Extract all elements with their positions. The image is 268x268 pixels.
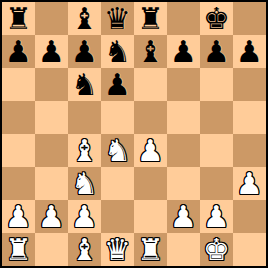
white-bishop-c4[interactable]: ♝ — [71, 134, 98, 167]
white-pawn-g2[interactable]: ♟ — [203, 200, 230, 233]
square-b1[interactable] — [35, 233, 68, 266]
square-c3[interactable]: ♞ — [68, 167, 101, 200]
black-rook-e8[interactable]: ♜ — [137, 2, 164, 35]
square-e7[interactable]: ♝ — [134, 35, 167, 68]
square-g4[interactable] — [200, 134, 233, 167]
white-pawn-f2[interactable]: ♟ — [170, 200, 197, 233]
square-d8[interactable]: ♛ — [101, 2, 134, 35]
square-c7[interactable]: ♟ — [68, 35, 101, 68]
white-queen-d1[interactable]: ♛ — [104, 233, 131, 266]
white-pawn-b2[interactable]: ♟ — [38, 200, 65, 233]
square-b5[interactable] — [35, 101, 68, 134]
square-e4[interactable]: ♟ — [134, 134, 167, 167]
white-knight-d4[interactable]: ♞ — [104, 134, 131, 167]
black-pawn-b7[interactable]: ♟ — [38, 35, 65, 68]
square-g7[interactable]: ♟ — [200, 35, 233, 68]
square-e2[interactable] — [134, 200, 167, 233]
square-h8[interactable] — [233, 2, 266, 35]
square-e1[interactable]: ♜ — [134, 233, 167, 266]
square-g3[interactable] — [200, 167, 233, 200]
square-f1[interactable] — [167, 233, 200, 266]
square-f7[interactable]: ♟ — [167, 35, 200, 68]
chess-board: ♜♝♛♜♚♟♟♟♞♝♟♟♟♞♟♝♞♟♞♟♟♟♟♟♟♜♝♛♜♚ — [0, 0, 268, 268]
square-b8[interactable] — [35, 2, 68, 35]
black-king-g8[interactable]: ♚ — [203, 2, 230, 35]
white-pawn-a2[interactable]: ♟ — [5, 200, 32, 233]
black-pawn-f7[interactable]: ♟ — [170, 35, 197, 68]
square-e8[interactable]: ♜ — [134, 2, 167, 35]
square-g6[interactable] — [200, 68, 233, 101]
black-knight-c6[interactable]: ♞ — [71, 68, 98, 101]
square-a1[interactable]: ♜ — [2, 233, 35, 266]
square-a8[interactable]: ♜ — [2, 2, 35, 35]
white-rook-a1[interactable]: ♜ — [5, 233, 32, 266]
square-a6[interactable] — [2, 68, 35, 101]
square-b2[interactable]: ♟ — [35, 200, 68, 233]
black-rook-a8[interactable]: ♜ — [5, 2, 32, 35]
square-d4[interactable]: ♞ — [101, 134, 134, 167]
square-b6[interactable] — [35, 68, 68, 101]
square-b3[interactable] — [35, 167, 68, 200]
square-c5[interactable] — [68, 101, 101, 134]
square-c2[interactable]: ♟ — [68, 200, 101, 233]
square-d7[interactable]: ♞ — [101, 35, 134, 68]
square-b7[interactable]: ♟ — [35, 35, 68, 68]
square-f6[interactable] — [167, 68, 200, 101]
white-pawn-h3[interactable]: ♟ — [236, 167, 263, 200]
black-bishop-c8[interactable]: ♝ — [71, 2, 98, 35]
square-d3[interactable] — [101, 167, 134, 200]
square-h2[interactable] — [233, 200, 266, 233]
chess-board-grid: ♜♝♛♜♚♟♟♟♞♝♟♟♟♞♟♝♞♟♞♟♟♟♟♟♟♜♝♛♜♚ — [2, 2, 266, 266]
square-a2[interactable]: ♟ — [2, 200, 35, 233]
black-pawn-c7[interactable]: ♟ — [71, 35, 98, 68]
square-h3[interactable]: ♟ — [233, 167, 266, 200]
white-king-g1[interactable]: ♚ — [203, 233, 230, 266]
square-f2[interactable]: ♟ — [167, 200, 200, 233]
square-e6[interactable] — [134, 68, 167, 101]
square-d6[interactable]: ♟ — [101, 68, 134, 101]
square-e3[interactable] — [134, 167, 167, 200]
square-g1[interactable]: ♚ — [200, 233, 233, 266]
black-pawn-g7[interactable]: ♟ — [203, 35, 230, 68]
black-pawn-a7[interactable]: ♟ — [5, 35, 32, 68]
black-knight-d7[interactable]: ♞ — [104, 35, 131, 68]
square-h5[interactable] — [233, 101, 266, 134]
square-f8[interactable] — [167, 2, 200, 35]
square-a4[interactable] — [2, 134, 35, 167]
square-h1[interactable] — [233, 233, 266, 266]
square-g2[interactable]: ♟ — [200, 200, 233, 233]
black-pawn-d6[interactable]: ♟ — [104, 68, 131, 101]
square-f3[interactable] — [167, 167, 200, 200]
square-c4[interactable]: ♝ — [68, 134, 101, 167]
square-g8[interactable]: ♚ — [200, 2, 233, 35]
square-b4[interactable] — [35, 134, 68, 167]
square-g5[interactable] — [200, 101, 233, 134]
square-a7[interactable]: ♟ — [2, 35, 35, 68]
white-rook-e1[interactable]: ♜ — [137, 233, 164, 266]
white-bishop-c1[interactable]: ♝ — [71, 233, 98, 266]
square-h6[interactable] — [233, 68, 266, 101]
square-f5[interactable] — [167, 101, 200, 134]
square-c8[interactable]: ♝ — [68, 2, 101, 35]
square-h7[interactable]: ♟ — [233, 35, 266, 68]
square-d5[interactable] — [101, 101, 134, 134]
square-e5[interactable] — [134, 101, 167, 134]
black-pawn-h7[interactable]: ♟ — [236, 35, 263, 68]
square-c1[interactable]: ♝ — [68, 233, 101, 266]
square-d2[interactable] — [101, 200, 134, 233]
square-d1[interactable]: ♛ — [101, 233, 134, 266]
white-pawn-e4[interactable]: ♟ — [137, 134, 164, 167]
black-queen-d8[interactable]: ♛ — [104, 2, 131, 35]
white-pawn-c2[interactable]: ♟ — [71, 200, 98, 233]
square-f4[interactable] — [167, 134, 200, 167]
square-h4[interactable] — [233, 134, 266, 167]
square-a3[interactable] — [2, 167, 35, 200]
black-bishop-e7[interactable]: ♝ — [137, 35, 164, 68]
square-a5[interactable] — [2, 101, 35, 134]
square-c6[interactable]: ♞ — [68, 68, 101, 101]
white-knight-c3[interactable]: ♞ — [71, 167, 98, 200]
